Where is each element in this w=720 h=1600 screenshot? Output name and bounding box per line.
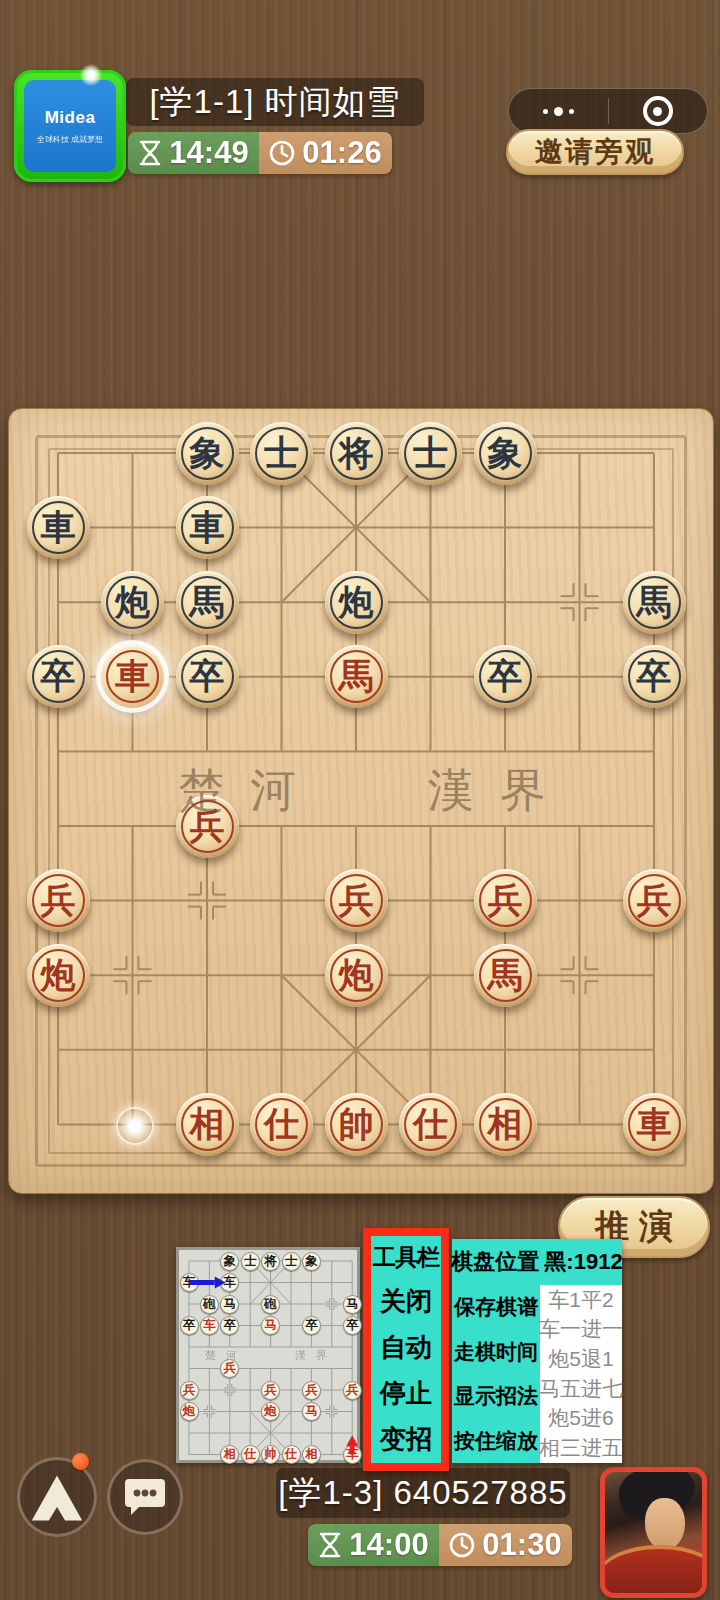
info-buttons-column: 保存棋谱 走棋时间 显示招法 按住缩放 [452, 1285, 540, 1463]
platform-home-button[interactable] [17, 1457, 97, 1537]
xiangqi-board[interactable]: 象士将士象車車炮馬炮馬卒卒卒卒車馬兵兵兵兵兵炮炮馬相仕帥仕相車 [8, 408, 714, 1194]
piece-red[interactable]: 兵 [325, 869, 388, 932]
clock-icon [269, 140, 295, 166]
piece-red[interactable]: 相 [474, 1093, 537, 1156]
chat-bubble-icon [123, 1477, 167, 1517]
piece-red[interactable]: 馬 [325, 645, 388, 708]
chat-button[interactable] [107, 1459, 183, 1535]
piece-red[interactable]: 相 [176, 1093, 239, 1156]
engine-move-arrows [179, 1250, 357, 1460]
piece-black[interactable]: 卒 [474, 645, 537, 708]
top-move-timer: 14:49 [128, 132, 259, 174]
piece-black[interactable]: 士 [399, 422, 462, 485]
info-panel-header: 棋盘位置 黑:1912 [452, 1239, 622, 1285]
top-player-timers: 14:49 01:26 [128, 132, 392, 174]
bottom-player-name: [学1-3] 640527885 [276, 1468, 570, 1518]
move-time-button[interactable]: 走棋时间 [454, 1338, 538, 1366]
more-button[interactable] [509, 89, 608, 133]
tool-stop-button[interactable]: 停止 [380, 1376, 432, 1411]
move-list: 车1平2 车一进一 炮5退1 马五进七 炮5进6 相三进五 [540, 1285, 622, 1463]
more-icon [554, 107, 563, 116]
hold-zoom-button[interactable]: 按住缩放 [454, 1427, 538, 1455]
piece-red[interactable]: 炮 [27, 944, 90, 1007]
piece-black[interactable]: 車 [176, 496, 239, 559]
river-label-right: 漢界 [428, 760, 572, 822]
move-item: 炮5进6 [548, 1404, 613, 1432]
position-score: 黑:1912 [544, 1247, 622, 1277]
piece-black[interactable]: 炮 [325, 571, 388, 634]
move-item: 马五进七 [539, 1375, 623, 1403]
bottom-player-timers: 14:00 01:30 [308, 1524, 572, 1566]
piece-red[interactable]: 兵 [27, 869, 90, 932]
piece-red[interactable]: 兵 [623, 869, 686, 932]
piece-red[interactable]: 兵 [474, 869, 537, 932]
save-record-button[interactable]: 保存棋谱 [454, 1293, 538, 1321]
piece-red[interactable]: 帥 [325, 1093, 388, 1156]
timer-shine-dot [80, 64, 102, 86]
bottom-move-time-value: 14:00 [349, 1527, 428, 1563]
midea-logo: Midea 全球科技 成就梦想 [24, 80, 116, 172]
tool-close-button[interactable]: 关闭 [380, 1284, 432, 1319]
tool-panel: 工具栏 关闭 自动 停止 变招 [363, 1228, 449, 1471]
piece-black[interactable]: 炮 [101, 571, 164, 634]
top-move-time-value: 14:49 [169, 135, 248, 171]
piece-red[interactable]: 仕 [250, 1093, 313, 1156]
top-total-time-value: 01:26 [302, 135, 381, 171]
piece-red[interactable]: 車 [623, 1093, 686, 1156]
tool-panel-title: 工具栏 [373, 1242, 439, 1273]
notification-dot [72, 1453, 89, 1470]
move-item: 相三进五 [539, 1434, 623, 1462]
tool-vary-button[interactable]: 变招 [380, 1422, 432, 1457]
more-icon [543, 109, 548, 114]
piece-red[interactable]: 炮 [325, 944, 388, 1007]
clock-icon [449, 1532, 475, 1558]
more-icon [569, 109, 574, 114]
last-move-origin-marker [116, 1107, 154, 1145]
position-label: 棋盘位置 [451, 1247, 539, 1277]
avatar-slogan-text: 全球科技 成就梦想 [37, 134, 103, 145]
piece-black[interactable]: 卒 [623, 645, 686, 708]
game-screen: Midea 全球科技 成就梦想 [学1-1] 时间如雪 14:49 01:26 … [0, 0, 720, 1600]
piece-red[interactable]: 車 [101, 645, 164, 708]
close-miniprogram-button[interactable] [609, 89, 708, 133]
move-item: 炮5退1 [548, 1345, 613, 1373]
top-total-timer: 01:26 [259, 132, 392, 174]
piece-red[interactable]: 仕 [399, 1093, 462, 1156]
show-moves-button[interactable]: 显示招法 [454, 1382, 538, 1410]
bottom-move-timer: 14:00 [308, 1524, 439, 1566]
board-grid [9, 409, 713, 1193]
piece-black[interactable]: 卒 [176, 645, 239, 708]
river-label-left: 楚河 [178, 760, 322, 822]
top-player-avatar: Midea 全球科技 成就梦想 [14, 70, 126, 182]
move-item: 车一进一 [539, 1315, 623, 1343]
bottom-total-timer: 01:30 [439, 1524, 572, 1566]
bottom-player-avatar [600, 1467, 707, 1598]
info-panel: 棋盘位置 黑:1912 保存棋谱 走棋时间 显示招法 按住缩放 车1平2 车一进… [452, 1239, 622, 1463]
hourglass-icon [138, 140, 162, 166]
top-player-name: [学1-1] 时间如雪 [126, 78, 424, 126]
piece-black[interactable]: 将 [325, 422, 388, 485]
exit-circle-icon [643, 96, 673, 126]
miniprogram-capsule [508, 88, 708, 134]
piece-black[interactable]: 卒 [27, 645, 90, 708]
tool-auto-button[interactable]: 自动 [380, 1330, 432, 1365]
hourglass-icon [318, 1532, 342, 1558]
piece-black[interactable]: 士 [250, 422, 313, 485]
mini-board: 楚河 漢界 象士将士象车车砲马砲马卒卒卒卒车马兵兵兵兵兵炮炮马相仕帅仕相车 [176, 1247, 360, 1463]
piece-black[interactable]: 象 [474, 422, 537, 485]
piece-black[interactable]: 車 [27, 496, 90, 559]
piece-red[interactable]: 馬 [474, 944, 537, 1007]
platform-logo-icon [28, 1470, 86, 1524]
piece-black[interactable]: 象 [176, 422, 239, 485]
avatar-art [645, 1498, 685, 1550]
avatar-brand-text: Midea [45, 108, 96, 128]
move-item: 车1平2 [548, 1286, 613, 1314]
invite-spectate-button[interactable]: 邀请旁观 [506, 129, 684, 175]
piece-black[interactable]: 馬 [623, 571, 686, 634]
avatar-art [600, 1545, 707, 1598]
bottom-total-time-value: 01:30 [482, 1527, 561, 1563]
piece-black[interactable]: 馬 [176, 571, 239, 634]
